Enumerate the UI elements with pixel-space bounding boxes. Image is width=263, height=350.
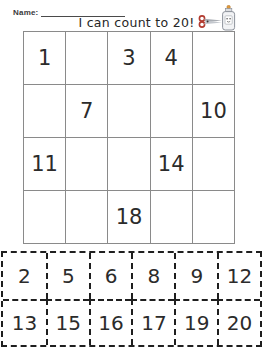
- number-grid: 1 3 4 7 10 11 14 18: [23, 31, 235, 244]
- grid-cell-empty[interactable]: [193, 138, 234, 190]
- number-tile[interactable]: 9: [174, 253, 217, 299]
- grid-cell-filled: 11: [24, 138, 65, 190]
- grid-cell-empty[interactable]: [108, 138, 149, 190]
- glue-bottle-icon: [220, 5, 237, 31]
- number-tile[interactable]: 8: [131, 253, 174, 299]
- number-tile[interactable]: 19: [174, 299, 217, 345]
- grid-cell-empty[interactable]: [24, 191, 65, 243]
- number-tile[interactable]: 15: [46, 299, 89, 345]
- grid-cell-filled: 4: [151, 32, 192, 84]
- grid-cell-filled: 7: [66, 85, 107, 137]
- grid-cell-empty[interactable]: [66, 138, 107, 190]
- grid-cell-filled: 14: [151, 138, 192, 190]
- number-tile[interactable]: 16: [89, 299, 132, 345]
- number-tile[interactable]: 17: [131, 299, 174, 345]
- grid-cell-empty[interactable]: [66, 191, 107, 243]
- number-tile[interactable]: 2: [3, 253, 46, 299]
- number-tile[interactable]: 20: [217, 299, 260, 345]
- grid-cell-empty[interactable]: [24, 85, 65, 137]
- grid-cell-empty[interactable]: [151, 191, 192, 243]
- grid-cell-empty[interactable]: [193, 32, 234, 84]
- number-tile[interactable]: 5: [46, 253, 89, 299]
- grid-cell-filled: 1: [24, 32, 65, 84]
- grid-cell-empty[interactable]: [108, 85, 149, 137]
- grid-cell-filled: 18: [108, 191, 149, 243]
- number-tile[interactable]: 6: [89, 253, 132, 299]
- grid-cell-filled: 3: [108, 32, 149, 84]
- grid-cell-empty[interactable]: [193, 191, 234, 243]
- number-tile[interactable]: 13: [3, 299, 46, 345]
- number-tile[interactable]: 12: [217, 253, 260, 299]
- grid-cell-filled: 10: [193, 85, 234, 137]
- grid-cell-empty[interactable]: [151, 85, 192, 137]
- number-tile-tray: 2 5 6 8 9 12 13 15 16 17 19 20: [1, 251, 262, 347]
- grid-cell-empty[interactable]: [66, 32, 107, 84]
